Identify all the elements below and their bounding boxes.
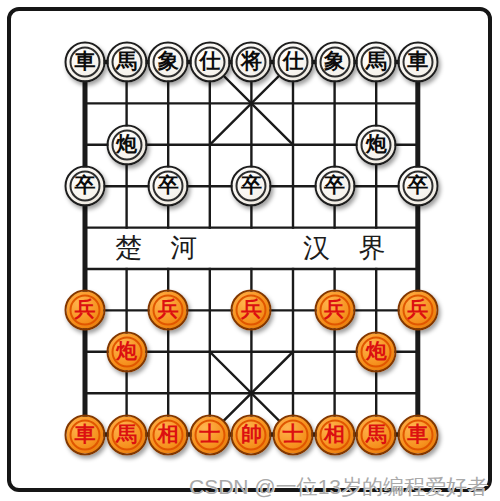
piece-inner-ring: 象 [153, 47, 184, 78]
piece-glyph: 炮 [366, 133, 387, 154]
piece-inner-ring: 象 [319, 47, 350, 78]
piece-glyph: 炮 [116, 340, 137, 361]
piece-black-elephant[interactable]: 象 [148, 42, 189, 83]
piece-glyph: 馬 [116, 51, 137, 72]
piece-inner-ring: 馬 [361, 419, 392, 450]
piece-black-soldier[interactable]: 卒 [231, 166, 272, 207]
piece-red-cannon[interactable]: 炮 [356, 331, 397, 372]
piece-glyph: 兵 [407, 299, 428, 320]
piece-red-soldier[interactable]: 兵 [314, 290, 355, 331]
piece-glyph: 帥 [241, 423, 262, 444]
piece-black-advisor[interactable]: 仕 [273, 42, 314, 83]
piece-red-soldier[interactable]: 兵 [65, 290, 106, 331]
piece-glyph: 車 [75, 423, 96, 444]
piece-black-cannon[interactable]: 炮 [106, 124, 147, 165]
piece-glyph: 象 [324, 51, 345, 72]
piece-inner-ring: 兵 [402, 295, 433, 326]
piece-glyph: 車 [407, 51, 428, 72]
piece-inner-ring: 卒 [402, 171, 433, 202]
piece-inner-ring: 士 [194, 419, 225, 450]
piece-inner-ring: 卒 [70, 171, 101, 202]
piece-black-soldier[interactable]: 卒 [65, 166, 106, 207]
piece-red-horse[interactable]: 馬 [106, 414, 147, 455]
piece-glyph: 士 [283, 423, 304, 444]
piece-inner-ring: 相 [153, 419, 184, 450]
piece-inner-ring: 卒 [319, 171, 350, 202]
piece-glyph: 兵 [158, 299, 179, 320]
piece-black-horse[interactable]: 馬 [106, 42, 147, 83]
piece-inner-ring: 仕 [278, 47, 309, 78]
piece-inner-ring: 帥 [236, 419, 267, 450]
piece-red-chariot[interactable]: 車 [397, 414, 438, 455]
piece-glyph: 馬 [366, 423, 387, 444]
piece-black-soldier[interactable]: 卒 [314, 166, 355, 207]
piece-inner-ring: 兵 [236, 295, 267, 326]
piece-inner-ring: 炮 [361, 336, 392, 367]
piece-inner-ring: 兵 [153, 295, 184, 326]
piece-glyph: 相 [158, 423, 179, 444]
piece-glyph: 仕 [283, 51, 304, 72]
piece-black-advisor[interactable]: 仕 [189, 42, 230, 83]
piece-inner-ring: 車 [70, 419, 101, 450]
piece-black-horse[interactable]: 馬 [356, 42, 397, 83]
piece-black-soldier[interactable]: 卒 [148, 166, 189, 207]
piece-black-cannon[interactable]: 炮 [356, 124, 397, 165]
piece-glyph: 馬 [116, 423, 137, 444]
piece-inner-ring: 炮 [111, 336, 142, 367]
watermark-text: CSDN @一位13岁的编程爱好者 [189, 473, 488, 501]
piece-glyph: 将 [241, 51, 262, 72]
piece-inner-ring: 兵 [319, 295, 350, 326]
piece-black-general[interactable]: 将 [231, 42, 272, 83]
piece-inner-ring: 将 [236, 47, 267, 78]
piece-red-advisor[interactable]: 士 [273, 414, 314, 455]
piece-glyph: 卒 [241, 175, 262, 196]
piece-glyph: 兵 [324, 299, 345, 320]
piece-inner-ring: 炮 [111, 129, 142, 160]
piece-glyph: 炮 [116, 133, 137, 154]
piece-glyph: 車 [75, 51, 96, 72]
piece-glyph: 兵 [75, 299, 96, 320]
piece-inner-ring: 卒 [153, 171, 184, 202]
piece-inner-ring: 車 [402, 419, 433, 450]
piece-inner-ring: 兵 [70, 295, 101, 326]
piece-inner-ring: 炮 [361, 129, 392, 160]
piece-black-elephant[interactable]: 象 [314, 42, 355, 83]
piece-red-chariot[interactable]: 車 [65, 414, 106, 455]
piece-glyph: 炮 [366, 340, 387, 361]
piece-red-cannon[interactable]: 炮 [106, 331, 147, 372]
piece-glyph: 兵 [241, 299, 262, 320]
piece-black-soldier[interactable]: 卒 [397, 166, 438, 207]
piece-red-soldier[interactable]: 兵 [397, 290, 438, 331]
piece-red-horse[interactable]: 馬 [356, 414, 397, 455]
piece-glyph: 象 [158, 51, 179, 72]
piece-glyph: 仕 [199, 51, 220, 72]
piece-inner-ring: 相 [319, 419, 350, 450]
piece-inner-ring: 車 [70, 47, 101, 78]
piece-inner-ring: 車 [402, 47, 433, 78]
piece-red-elephant[interactable]: 相 [314, 414, 355, 455]
piece-glyph: 卒 [75, 175, 96, 196]
piece-red-general[interactable]: 帥 [231, 414, 272, 455]
piece-glyph: 馬 [366, 51, 387, 72]
pieces-layer: 車馬象仕将仕象馬車炮炮卒卒卒卒卒兵兵兵兵兵炮炮車馬相士帥士相馬車 [0, 0, 500, 501]
piece-inner-ring: 馬 [361, 47, 392, 78]
piece-red-advisor[interactable]: 士 [189, 414, 230, 455]
piece-glyph: 相 [324, 423, 345, 444]
piece-inner-ring: 卒 [236, 171, 267, 202]
piece-glyph: 卒 [407, 175, 428, 196]
piece-red-soldier[interactable]: 兵 [148, 290, 189, 331]
piece-inner-ring: 馬 [111, 47, 142, 78]
piece-black-chariot[interactable]: 車 [397, 42, 438, 83]
piece-glyph: 卒 [158, 175, 179, 196]
piece-glyph: 士 [199, 423, 220, 444]
piece-glyph: 卒 [324, 175, 345, 196]
piece-red-soldier[interactable]: 兵 [231, 290, 272, 331]
piece-inner-ring: 仕 [194, 47, 225, 78]
piece-red-elephant[interactable]: 相 [148, 414, 189, 455]
piece-inner-ring: 馬 [111, 419, 142, 450]
piece-inner-ring: 士 [278, 419, 309, 450]
xiangqi-screenshot: 楚 河 汉 界 車馬象仕将仕象馬車炮炮卒卒卒卒卒兵兵兵兵兵炮炮車馬相士帥士相馬車… [0, 0, 500, 501]
piece-glyph: 車 [407, 423, 428, 444]
piece-black-chariot[interactable]: 車 [65, 42, 106, 83]
